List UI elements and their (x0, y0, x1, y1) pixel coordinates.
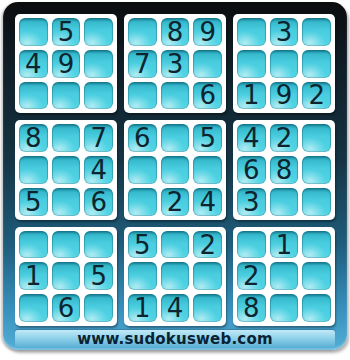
cell-r4c7[interactable]: 4 (237, 124, 266, 152)
cell-r3c4[interactable] (128, 82, 157, 110)
cell-r7c4[interactable]: 5 (128, 231, 157, 259)
cell-r1c9[interactable] (302, 18, 331, 46)
cell-r5c7[interactable]: 6 (237, 156, 266, 184)
cell-r8c7[interactable]: 2 (237, 262, 266, 290)
cell-r6c7[interactable]: 3 (237, 188, 266, 216)
site-url[interactable]: www.sudokusweb.com (77, 330, 272, 348)
cell-r2c3[interactable] (84, 50, 113, 78)
sudoku-box-8: 5214 (124, 227, 226, 326)
cell-r3c5[interactable] (161, 82, 190, 110)
sudoku-box-6: 42683 (233, 120, 335, 219)
cell-r9c3[interactable] (84, 294, 113, 322)
cell-r7c6[interactable]: 2 (193, 231, 222, 259)
cell-r7c1[interactable] (19, 231, 48, 259)
cell-r6c5[interactable]: 2 (161, 188, 190, 216)
cell-r9c2[interactable]: 6 (52, 294, 81, 322)
cell-r3c9[interactable]: 2 (302, 82, 331, 110)
cell-r8c8[interactable] (270, 262, 299, 290)
cell-r1c2[interactable]: 5 (52, 18, 81, 46)
cell-r3c3[interactable] (84, 82, 113, 110)
cell-r7c5[interactable] (161, 231, 190, 259)
cell-r2c1[interactable]: 4 (19, 50, 48, 78)
cell-r9c5[interactable]: 4 (161, 294, 190, 322)
sudoku-board: 549897363192874566524426831565214128 www… (3, 2, 347, 350)
cell-r6c6[interactable]: 4 (193, 188, 222, 216)
cell-r6c8[interactable] (270, 188, 299, 216)
cell-r6c1[interactable]: 5 (19, 188, 48, 216)
sudoku-box-7: 156 (15, 227, 117, 326)
cell-r7c8[interactable]: 1 (270, 231, 299, 259)
cell-r6c4[interactable] (128, 188, 157, 216)
cell-r8c6[interactable] (193, 262, 222, 290)
cell-r5c6[interactable] (193, 156, 222, 184)
cell-r8c4[interactable] (128, 262, 157, 290)
sudoku-box-2: 89736 (124, 14, 226, 113)
sudoku-box-1: 549 (15, 14, 117, 113)
cell-r4c8[interactable]: 2 (270, 124, 299, 152)
cell-r6c9[interactable] (302, 188, 331, 216)
cell-r8c5[interactable] (161, 262, 190, 290)
cell-r4c6[interactable]: 5 (193, 124, 222, 152)
cell-r3c8[interactable]: 9 (270, 82, 299, 110)
cell-r6c2[interactable] (52, 188, 81, 216)
cell-r9c8[interactable] (270, 294, 299, 322)
cell-r4c3[interactable]: 7 (84, 124, 113, 152)
cell-r8c2[interactable] (52, 262, 81, 290)
cell-r4c2[interactable] (52, 124, 81, 152)
cell-r2c7[interactable] (237, 50, 266, 78)
cell-r3c7[interactable]: 1 (237, 82, 266, 110)
cell-r4c5[interactable] (161, 124, 190, 152)
cell-r4c4[interactable]: 6 (128, 124, 157, 152)
sudoku-box-4: 87456 (15, 120, 117, 219)
cell-r2c6[interactable] (193, 50, 222, 78)
cell-r1c3[interactable] (84, 18, 113, 46)
cell-r6c3[interactable]: 6 (84, 188, 113, 216)
cell-r5c3[interactable]: 4 (84, 156, 113, 184)
cell-r8c3[interactable]: 5 (84, 262, 113, 290)
site-footer: www.sudokusweb.com (15, 330, 335, 348)
cell-r4c9[interactable] (302, 124, 331, 152)
cell-r5c8[interactable]: 8 (270, 156, 299, 184)
cell-r1c1[interactable] (19, 18, 48, 46)
sudoku-box-9: 128 (233, 227, 335, 326)
cell-r2c9[interactable] (302, 50, 331, 78)
sudoku-box-3: 3192 (233, 14, 335, 113)
cell-r1c4[interactable] (128, 18, 157, 46)
cell-r1c8[interactable]: 3 (270, 18, 299, 46)
cell-r5c4[interactable] (128, 156, 157, 184)
cell-r7c9[interactable] (302, 231, 331, 259)
cell-r9c4[interactable]: 1 (128, 294, 157, 322)
cell-r2c4[interactable]: 7 (128, 50, 157, 78)
sudoku-grid: 549897363192874566524426831565214128 (15, 14, 335, 326)
cell-r4c1[interactable]: 8 (19, 124, 48, 152)
cell-r1c5[interactable]: 8 (161, 18, 190, 46)
cell-r2c8[interactable] (270, 50, 299, 78)
cell-r9c9[interactable] (302, 294, 331, 322)
cell-r2c2[interactable]: 9 (52, 50, 81, 78)
cell-r5c9[interactable] (302, 156, 331, 184)
cell-r9c6[interactable] (193, 294, 222, 322)
cell-r9c1[interactable] (19, 294, 48, 322)
cell-r5c1[interactable] (19, 156, 48, 184)
cell-r7c3[interactable] (84, 231, 113, 259)
cell-r8c9[interactable] (302, 262, 331, 290)
cell-r5c5[interactable] (161, 156, 190, 184)
cell-r3c6[interactable]: 6 (193, 82, 222, 110)
cell-r1c7[interactable] (237, 18, 266, 46)
cell-r3c1[interactable] (19, 82, 48, 110)
cell-r5c2[interactable] (52, 156, 81, 184)
cell-r8c1[interactable]: 1 (19, 262, 48, 290)
cell-r2c5[interactable]: 3 (161, 50, 190, 78)
cell-r1c6[interactable]: 9 (193, 18, 222, 46)
cell-r7c2[interactable] (52, 231, 81, 259)
cell-r3c2[interactable] (52, 82, 81, 110)
cell-r9c7[interactable]: 8 (237, 294, 266, 322)
cell-r7c7[interactable] (237, 231, 266, 259)
sudoku-box-5: 6524 (124, 120, 226, 219)
